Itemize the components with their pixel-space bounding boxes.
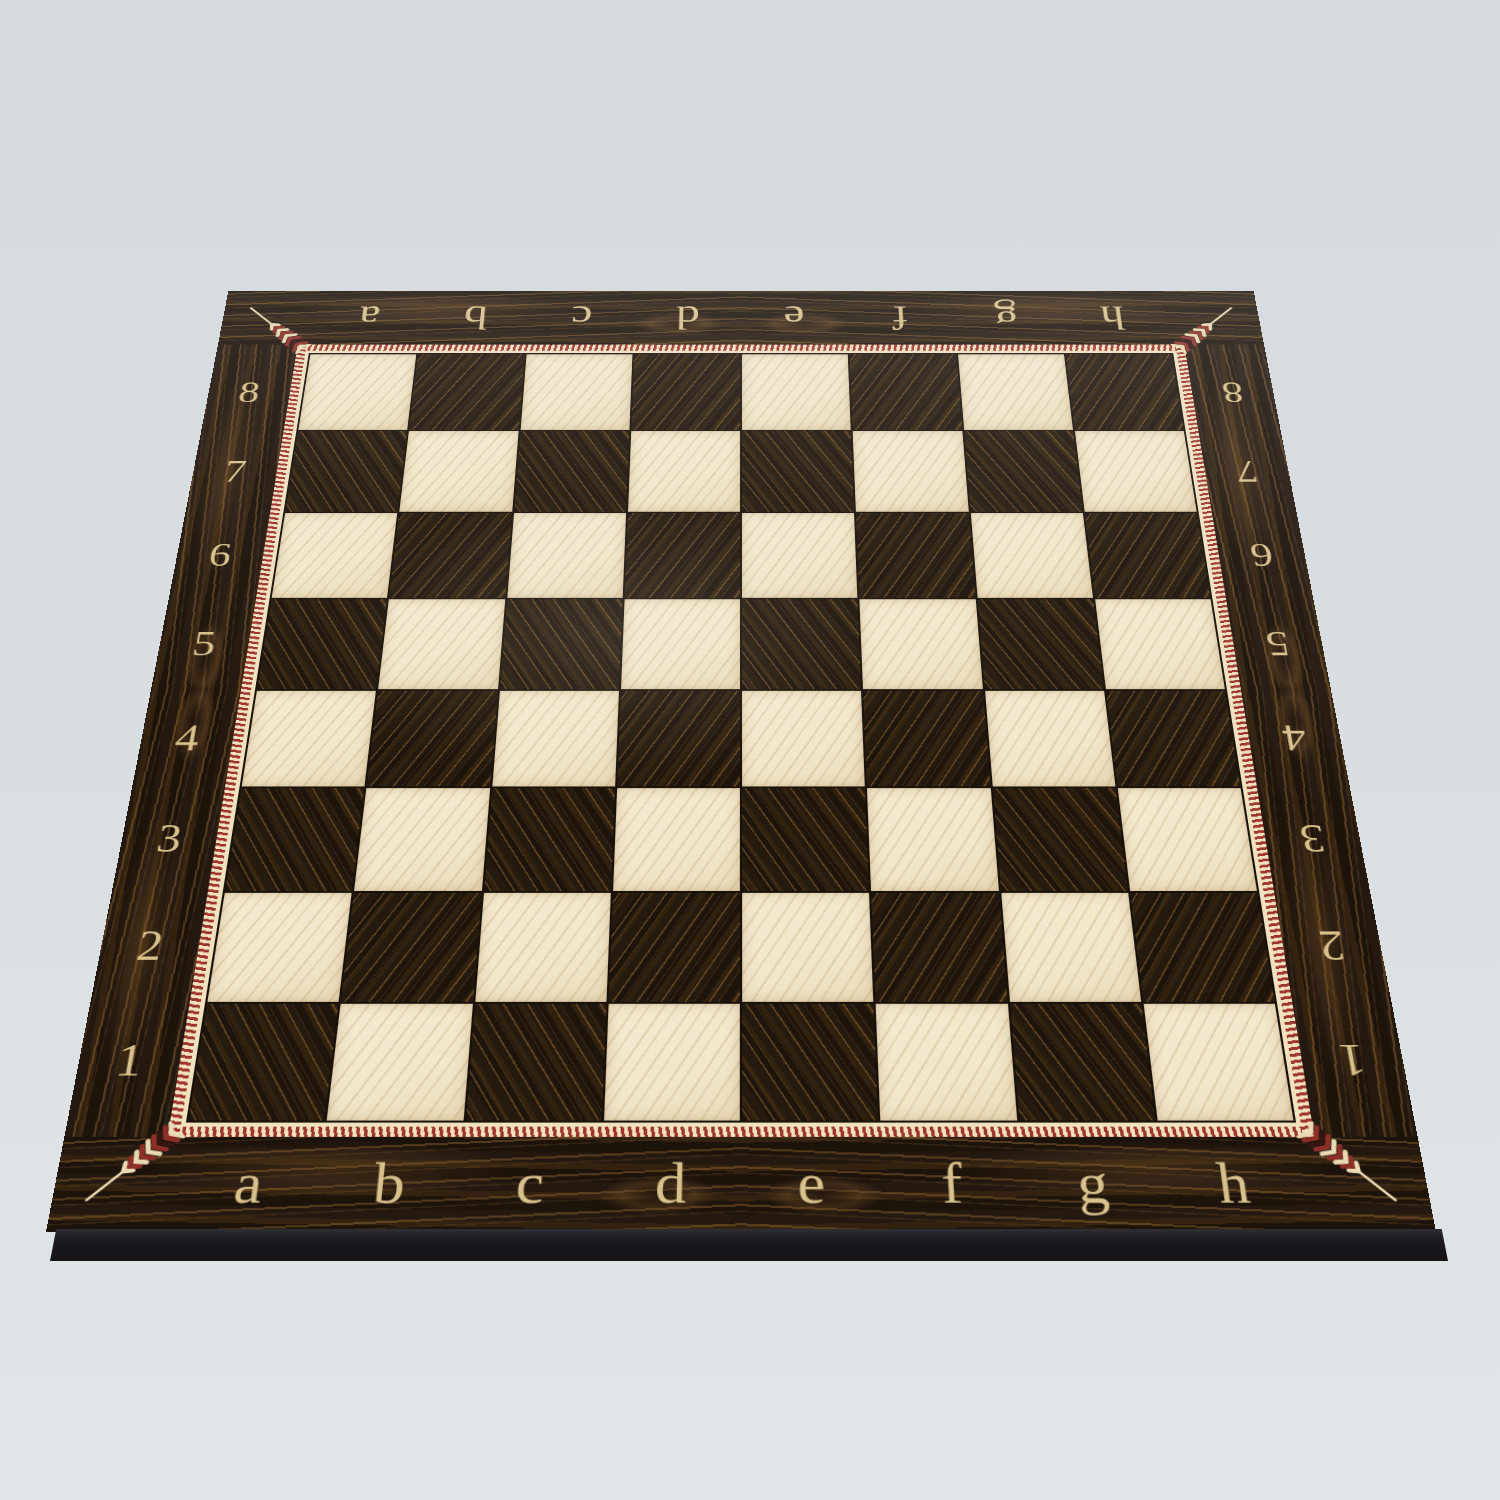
square-a2 [207,892,352,1001]
rope-inlay-top [297,345,1186,351]
square-f7 [853,431,968,511]
file-label-top: d [634,291,741,345]
square-h3 [1118,788,1257,890]
playing-area [168,345,1315,1137]
rank-label-left: 3 [112,787,225,891]
square-d6 [624,513,740,598]
square-g1 [1010,1004,1155,1121]
square-g3 [992,788,1127,890]
square-f3 [867,788,998,890]
square-b2 [341,892,481,1001]
square-f8 [850,354,962,430]
square-d2 [608,892,739,1001]
square-f6 [856,513,975,598]
rank-label-left: 8 [201,354,296,431]
square-c3 [484,788,615,890]
file-label-bottom: b [313,1137,463,1232]
square-a7 [285,431,407,511]
board-front-edge [50,1229,1448,1261]
rank-label-left: 4 [132,690,241,787]
square-e4 [742,691,865,787]
square-a3 [225,788,364,890]
square-b8 [409,354,524,430]
square-e1 [742,1004,878,1121]
square-h6 [1085,513,1211,598]
square-f1 [876,1004,1017,1121]
square-h7 [1075,431,1197,511]
square-c5 [500,599,623,689]
file-labels-top: a b c d e f g h [312,291,1170,345]
square-b1 [327,1004,472,1121]
square-a4 [242,691,377,787]
rank-label-right: 1 [1292,1002,1414,1121]
rope-inlay-bottom [168,1127,1315,1137]
square-b5 [378,599,504,689]
square-g6 [970,513,1092,598]
file-label-top: h [1056,291,1170,345]
square-b7 [400,431,519,511]
square-g4 [985,691,1116,787]
square-f5 [860,599,983,689]
rank-label-right: 8 [1186,354,1281,431]
square-g8 [958,354,1073,430]
file-label-top: a [312,291,426,345]
square-h4 [1106,691,1241,787]
chess-board: a b c d e f g h a b c d e f g h 8 7 6 5 … [46,291,1436,1232]
square-d7 [628,431,740,511]
square-a8 [298,354,416,430]
square-c2 [475,892,611,1001]
file-label-bottom: e [741,1137,884,1232]
square-h1 [1143,1004,1293,1121]
square-c7 [514,431,629,511]
square-c4 [492,691,619,787]
rank-label-right: 4 [1241,690,1350,787]
file-label-bottom: h [1157,1137,1311,1232]
rank-label-left: 1 [68,1002,190,1121]
scene: a b c d e f g h a b c d e f g h 8 7 6 5 … [0,0,1500,1500]
file-label-bottom: a [171,1137,325,1232]
file-labels-bottom: a b c d e f g h [171,1137,1311,1232]
file-label-top: f [846,291,955,345]
square-e3 [742,788,869,890]
square-e6 [742,513,858,598]
file-label-bottom: c [456,1137,602,1232]
square-e5 [742,599,861,689]
file-label-bottom: g [1019,1137,1169,1232]
square-h2 [1130,892,1275,1001]
square-b4 [367,691,498,787]
squares-grid [186,353,1296,1122]
square-d3 [613,788,740,890]
square-d4 [617,691,740,787]
square-e8 [742,354,851,430]
square-c8 [520,354,632,430]
file-label-top: c [526,291,635,345]
rank-label-right: 6 [1212,512,1313,598]
square-b6 [389,513,511,598]
square-b3 [354,788,489,890]
square-a5 [257,599,387,689]
square-c1 [465,1004,606,1121]
rank-label-right: 7 [1198,431,1296,512]
square-g7 [964,431,1083,511]
square-f2 [871,892,1007,1001]
square-d8 [631,354,740,430]
file-label-top: g [951,291,1063,345]
square-f4 [863,691,990,787]
file-label-bottom: f [880,1137,1026,1232]
file-label-bottom: d [598,1137,741,1232]
square-a6 [272,513,398,598]
file-label-top: b [419,291,531,345]
square-h8 [1066,354,1184,430]
square-d1 [604,1004,740,1121]
rank-label-left: 5 [151,599,256,690]
square-e2 [742,892,873,1001]
square-g5 [977,599,1103,689]
square-e7 [742,431,854,511]
rank-label-left: 2 [91,891,208,1002]
square-c6 [507,513,626,598]
rank-label-left: 7 [185,431,283,512]
square-g2 [1001,892,1141,1001]
file-label-top: e [741,291,848,345]
rank-label-right: 2 [1274,891,1391,1002]
square-d5 [621,599,740,689]
square-a1 [189,1004,339,1121]
rank-label-left: 6 [169,512,270,598]
square-h5 [1095,599,1225,689]
rank-label-right: 3 [1257,787,1370,891]
rank-label-right: 5 [1226,599,1331,690]
